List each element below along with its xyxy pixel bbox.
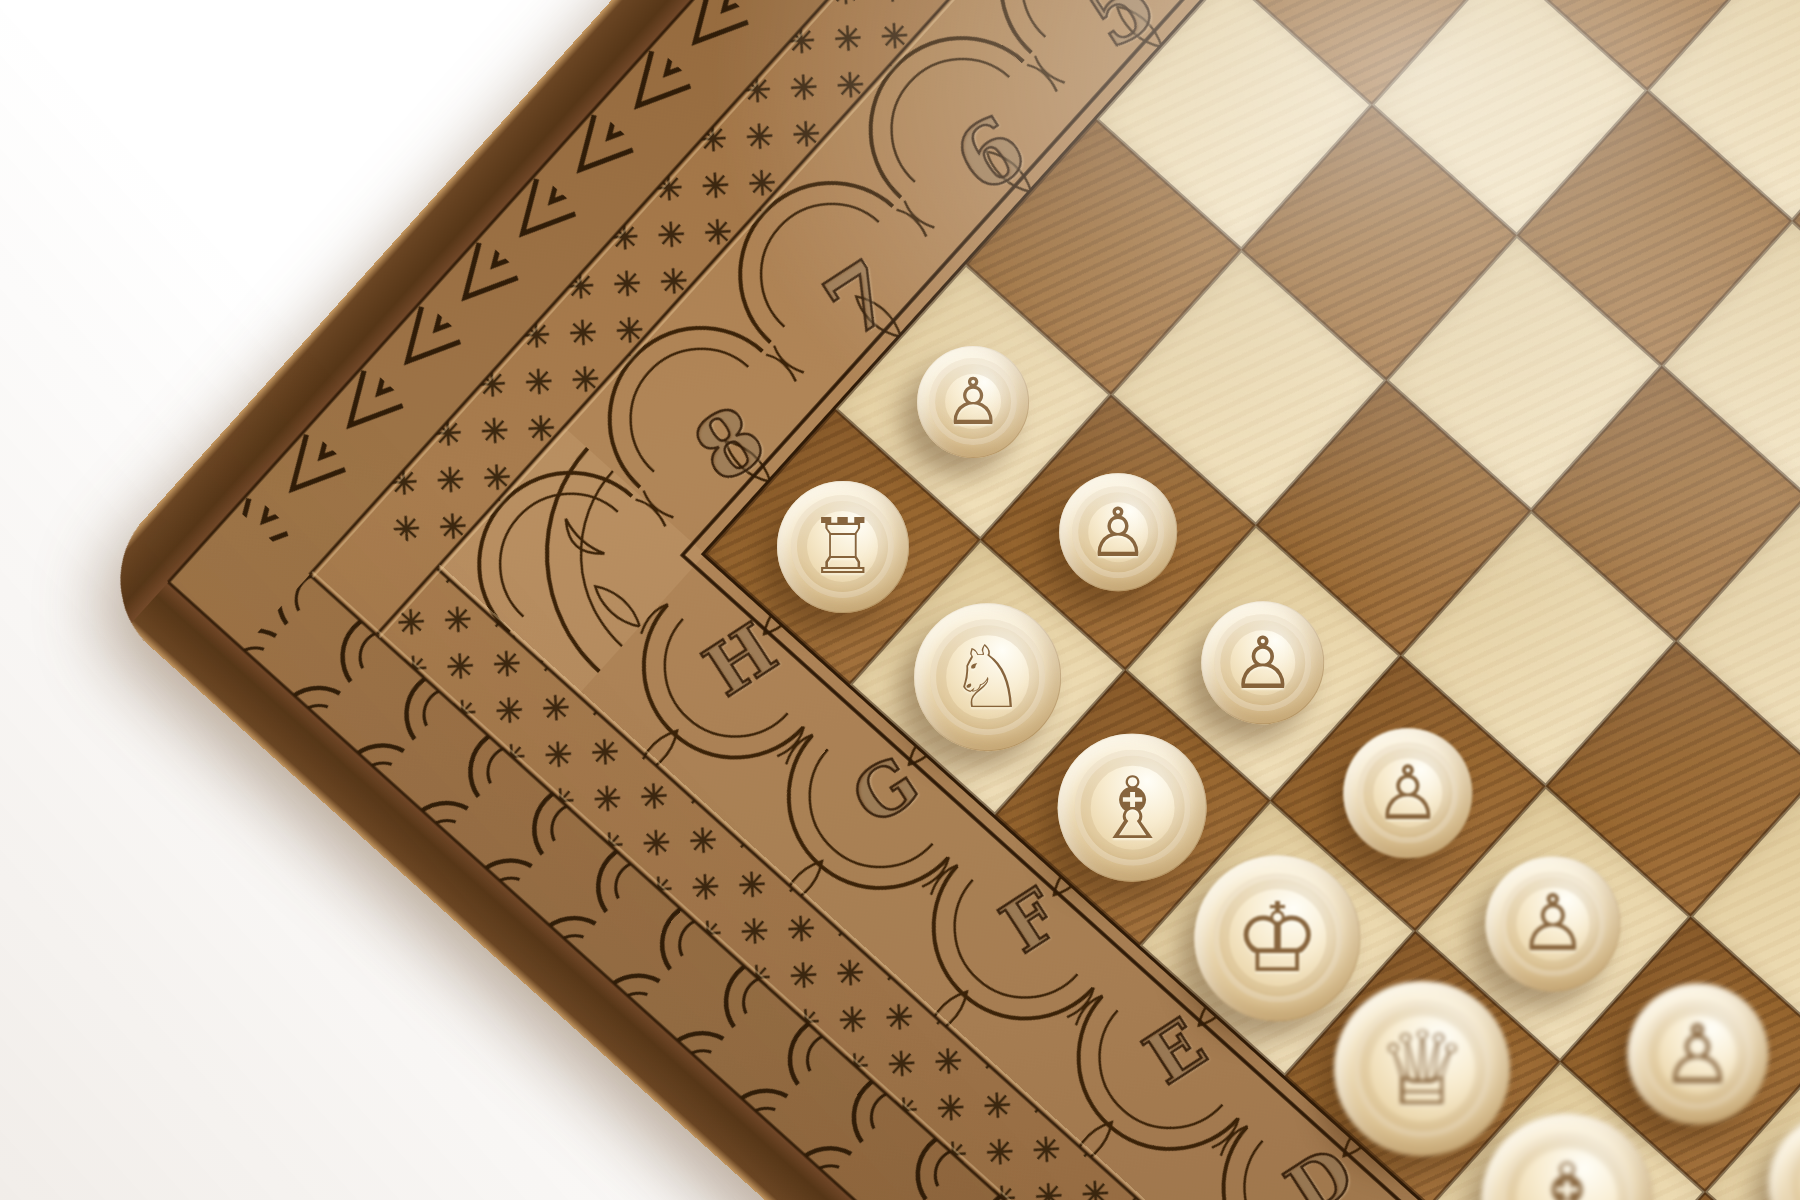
- chess-board: ABCDEFGH 12345678: [84, 0, 1800, 1200]
- board-shadow-wrap: ABCDEFGH 12345678: [0, 114, 1145, 1200]
- photo-scene: ABCDEFGH 12345678 ♖♘♗♔♕♗♙♙♙♙♙♙♙ Corner o…: [0, 0, 1800, 1200]
